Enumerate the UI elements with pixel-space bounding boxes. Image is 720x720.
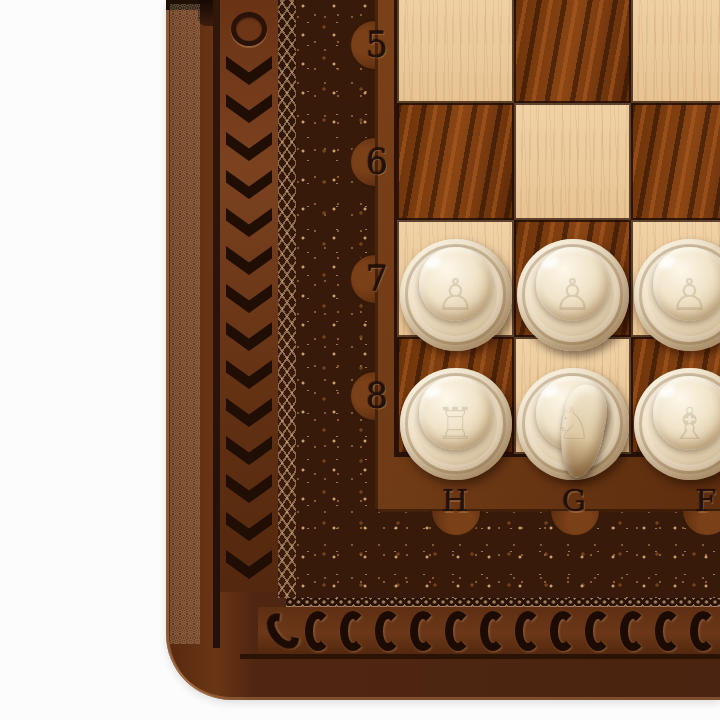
- crescent-carving-icon: [515, 611, 541, 651]
- chevron-carving-icon: [226, 132, 272, 162]
- chevron-carving-icon: [226, 94, 272, 124]
- chevron-carving-strip: [220, 0, 278, 592]
- chevron-carving-icon: [226, 322, 272, 352]
- lattice-carving-strip: [278, 0, 296, 598]
- white-pawn-f7[interactable]: ♙: [634, 239, 720, 351]
- chevron-carving-icon: [226, 398, 272, 428]
- crescent-carving-icon: [480, 611, 506, 651]
- crescent-carving-icon: [260, 607, 305, 655]
- pawn-glyph: ♙: [634, 239, 720, 351]
- frame-edge-texture: [170, 4, 200, 644]
- bishop-glyph: ♗: [634, 368, 720, 480]
- chessboard-corner-photo: 5678HGF ♖♘♗♙♙♙: [0, 0, 720, 720]
- frame-groove-vertical: [213, 0, 220, 648]
- chevron-carving-icon: [226, 360, 272, 390]
- chevron-carving-icon: [226, 512, 272, 542]
- chevron-carving-icon: [226, 56, 272, 86]
- circle-carving-icon: [231, 12, 267, 46]
- chevron-carving-icon: [226, 208, 272, 238]
- square-f6[interactable]: [631, 103, 720, 220]
- chevron-carving-icon: [226, 284, 272, 314]
- chevron-carving-icon: [226, 474, 272, 504]
- crescent-carving-icon: [305, 611, 331, 651]
- square-h6[interactable]: [397, 103, 514, 220]
- chevron-carving-icon: [226, 436, 272, 466]
- crescent-carving-icon: [550, 611, 576, 651]
- crescent-carving-icon: [655, 611, 681, 651]
- crescent-carving-icon: [375, 611, 401, 651]
- pawn-glyph: ♙: [400, 239, 512, 351]
- chevron-carving-icon: [226, 246, 272, 276]
- crescent-carving-icon: [585, 611, 611, 651]
- square-h5[interactable]: [397, 0, 514, 103]
- bead-carving-line: [286, 598, 720, 607]
- crescent-carving-icon: [445, 611, 471, 651]
- knight-glyph: ♘: [517, 368, 629, 480]
- white-knight-g8[interactable]: ♘: [517, 368, 629, 480]
- square-f5[interactable]: [631, 0, 720, 103]
- chevron-carving-icon: [226, 170, 272, 200]
- white-bishop-f8[interactable]: ♗: [634, 368, 720, 480]
- white-pawn-g7[interactable]: ♙: [517, 239, 629, 351]
- chevron-carving-icon: [226, 550, 272, 580]
- square-g6[interactable]: [514, 103, 631, 220]
- crescent-carving-icon: [410, 611, 436, 651]
- white-rook-h8[interactable]: ♖: [400, 368, 512, 480]
- frame-groove-horizontal: [240, 654, 720, 659]
- white-pawn-h7[interactable]: ♙: [400, 239, 512, 351]
- crescent-carving-icon: [620, 611, 646, 651]
- crescent-carving-icon: [690, 611, 716, 651]
- rook-glyph: ♖: [400, 368, 512, 480]
- crescent-carving-icon: [340, 611, 366, 651]
- crescent-carving-strip: [258, 607, 720, 654]
- pawn-glyph: ♙: [517, 239, 629, 351]
- square-g5[interactable]: [514, 0, 631, 103]
